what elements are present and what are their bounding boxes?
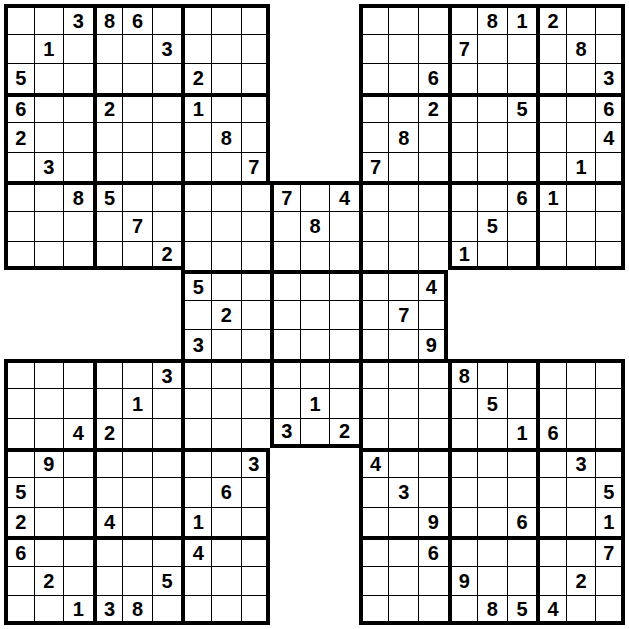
empty-cell-r13c18[interactable] [536, 388, 566, 418]
empty-cell-r18c17[interactable] [507, 536, 537, 566]
empty-cell-r12c8[interactable] [241, 359, 271, 389]
empty-cell-r3c1[interactable] [34, 93, 64, 123]
empty-cell-r2c19[interactable] [566, 63, 596, 93]
empty-cell-r9c13[interactable] [388, 270, 418, 300]
empty-cell-r3c5[interactable] [152, 93, 182, 123]
void-cell [507, 300, 537, 330]
empty-cell-r0c19[interactable] [566, 4, 596, 34]
empty-cell-r11c9[interactable] [270, 329, 300, 359]
empty-cell-r15c2[interactable] [63, 448, 93, 478]
empty-cell-r13c3[interactable] [93, 388, 123, 418]
empty-cell-r20c20[interactable] [595, 595, 625, 625]
empty-cell-r12c16[interactable] [477, 359, 507, 389]
empty-cell-r4c4[interactable] [122, 122, 152, 152]
empty-cell-r3c15[interactable] [448, 93, 478, 123]
empty-cell-r8c6[interactable] [181, 241, 211, 271]
empty-cell-r5c13[interactable] [388, 152, 418, 182]
empty-cell-r15c0[interactable] [4, 448, 34, 478]
empty-cell-r1c8[interactable] [241, 34, 271, 64]
empty-cell-r12c1[interactable] [34, 359, 64, 389]
empty-cell-r5c18[interactable] [536, 152, 566, 182]
empty-cell-r15c15[interactable] [448, 448, 478, 478]
empty-cell-r7c0[interactable] [4, 211, 34, 241]
empty-cell-r2c12[interactable] [359, 63, 389, 93]
empty-cell-r17c13[interactable] [388, 507, 418, 537]
empty-cell-r4c2[interactable] [63, 122, 93, 152]
empty-cell-r13c0[interactable] [4, 388, 34, 418]
void-cell [300, 4, 330, 34]
empty-cell-r8c3[interactable] [93, 241, 123, 271]
empty-cell-r2c17[interactable] [507, 63, 537, 93]
empty-cell-r12c11[interactable] [329, 359, 359, 389]
empty-cell-r1c4[interactable] [122, 34, 152, 64]
empty-cell-r15c5[interactable] [152, 448, 182, 478]
empty-cell-r6c6[interactable] [181, 181, 211, 211]
empty-cell-r7c14[interactable] [418, 211, 448, 241]
empty-cell-r16c14[interactable] [418, 477, 448, 507]
empty-cell-r15c18[interactable] [536, 448, 566, 478]
empty-cell-r5c5[interactable] [152, 152, 182, 182]
empty-cell-r10c11[interactable] [329, 300, 359, 330]
empty-cell-r2c7[interactable] [211, 63, 241, 93]
empty-cell-r16c2[interactable] [63, 477, 93, 507]
empty-cell-r17c16[interactable] [477, 507, 507, 537]
empty-cell-r5c7[interactable] [211, 152, 241, 182]
empty-cell-r15c3[interactable] [93, 448, 123, 478]
empty-cell-r11c12[interactable] [359, 329, 389, 359]
empty-cell-r0c20[interactable] [595, 4, 625, 34]
empty-cell-r1c18[interactable] [536, 34, 566, 64]
empty-cell-r6c1[interactable] [34, 181, 64, 211]
empty-cell-r7c17[interactable] [507, 211, 537, 241]
empty-cell-r12c17[interactable] [507, 359, 537, 389]
empty-cell-r7c2[interactable] [63, 211, 93, 241]
empty-cell-r6c12[interactable] [359, 181, 389, 211]
empty-cell-r20c15[interactable] [448, 595, 478, 625]
empty-cell-r12c3[interactable] [93, 359, 123, 389]
empty-cell-r7c9[interactable] [270, 211, 300, 241]
empty-cell-r14c14[interactable] [418, 418, 448, 448]
empty-cell-r9c10[interactable] [300, 270, 330, 300]
given-digit-r17c6: 1 [181, 507, 211, 537]
empty-cell-r15c20[interactable] [595, 448, 625, 478]
empty-cell-r8c14[interactable] [418, 241, 448, 271]
empty-cell-r17c18[interactable] [536, 507, 566, 537]
empty-cell-r7c19[interactable] [566, 211, 596, 241]
empty-cell-r20c12[interactable] [359, 595, 389, 625]
empty-cell-r6c19[interactable] [566, 181, 596, 211]
empty-cell-r8c4[interactable] [122, 241, 152, 271]
empty-cell-r16c12[interactable] [359, 477, 389, 507]
empty-cell-r15c7[interactable] [211, 448, 241, 478]
empty-cell-r4c14[interactable] [418, 122, 448, 152]
empty-cell-r13c20[interactable] [595, 388, 625, 418]
empty-cell-r4c17[interactable] [507, 122, 537, 152]
empty-cell-r18c5[interactable] [152, 536, 182, 566]
empty-cell-r17c4[interactable] [122, 507, 152, 537]
empty-cell-r14c4[interactable] [122, 418, 152, 448]
empty-cell-r2c1[interactable] [34, 63, 64, 93]
void-cell [122, 270, 152, 300]
empty-cell-r11c13[interactable] [388, 329, 418, 359]
empty-cell-r6c0[interactable] [4, 181, 34, 211]
empty-cell-r16c1[interactable] [34, 477, 64, 507]
empty-cell-r13c19[interactable] [566, 388, 596, 418]
empty-cell-r18c2[interactable] [63, 536, 93, 566]
empty-cell-r16c17[interactable] [507, 477, 537, 507]
void-cell [300, 536, 330, 566]
empty-cell-r1c6[interactable] [181, 34, 211, 64]
empty-cell-r14c1[interactable] [34, 418, 64, 448]
empty-cell-r5c2[interactable] [63, 152, 93, 182]
empty-cell-r7c6[interactable] [181, 211, 211, 241]
empty-cell-r18c1[interactable] [34, 536, 64, 566]
empty-cell-r15c17[interactable] [507, 448, 537, 478]
empty-cell-r17c19[interactable] [566, 507, 596, 537]
empty-cell-r14c20[interactable] [595, 418, 625, 448]
empty-cell-r5c20[interactable] [595, 152, 625, 182]
empty-cell-r7c3[interactable] [93, 211, 123, 241]
empty-cell-r19c17[interactable] [507, 566, 537, 596]
empty-cell-r19c6[interactable] [181, 566, 211, 596]
empty-cell-r6c13[interactable] [388, 181, 418, 211]
empty-cell-r1c14[interactable] [418, 34, 448, 64]
empty-cell-r2c15[interactable] [448, 63, 478, 93]
empty-cell-r14c15[interactable] [448, 418, 478, 448]
empty-cell-r13c8[interactable] [241, 388, 271, 418]
empty-cell-r12c10[interactable] [300, 359, 330, 389]
empty-cell-r14c5[interactable] [152, 418, 182, 448]
empty-cell-r3c19[interactable] [566, 93, 596, 123]
empty-cell-r0c0[interactable] [4, 4, 34, 34]
empty-cell-r3c4[interactable] [122, 93, 152, 123]
empty-cell-r6c7[interactable] [211, 181, 241, 211]
empty-cell-r18c15[interactable] [448, 536, 478, 566]
void-cell [4, 300, 34, 330]
empty-cell-r8c8[interactable] [241, 241, 271, 271]
empty-cell-r14c0[interactable] [4, 418, 34, 448]
empty-cell-r1c7[interactable] [211, 34, 241, 64]
empty-cell-r16c19[interactable] [566, 477, 596, 507]
empty-cell-r18c7[interactable] [211, 536, 241, 566]
empty-cell-r4c12[interactable] [359, 122, 389, 152]
empty-cell-r12c12[interactable] [359, 359, 389, 389]
empty-cell-r18c18[interactable] [536, 536, 566, 566]
empty-cell-r8c0[interactable] [4, 241, 34, 271]
empty-cell-r20c19[interactable] [566, 595, 596, 625]
empty-cell-r16c18[interactable] [536, 477, 566, 507]
void-cell [507, 270, 537, 300]
empty-cell-r20c6[interactable] [181, 595, 211, 625]
empty-cell-r12c20[interactable] [595, 359, 625, 389]
empty-cell-r20c0[interactable] [4, 595, 34, 625]
empty-cell-r10c10[interactable] [300, 300, 330, 330]
empty-cell-r19c18[interactable] [536, 566, 566, 596]
empty-cell-r20c14[interactable] [418, 595, 448, 625]
given-digit-r4c20: 4 [595, 122, 625, 152]
empty-cell-r0c14[interactable] [418, 4, 448, 34]
empty-cell-r6c15[interactable] [448, 181, 478, 211]
empty-cell-r4c6[interactable] [181, 122, 211, 152]
empty-cell-r8c18[interactable] [536, 241, 566, 271]
empty-cell-r13c15[interactable] [448, 388, 478, 418]
empty-cell-r9c12[interactable] [359, 270, 389, 300]
empty-cell-r16c5[interactable] [152, 477, 182, 507]
empty-cell-r8c20[interactable] [595, 241, 625, 271]
empty-cell-r2c13[interactable] [388, 63, 418, 93]
empty-cell-r13c7[interactable] [211, 388, 241, 418]
empty-cell-r18c12[interactable] [359, 536, 389, 566]
empty-cell-r0c12[interactable] [359, 4, 389, 34]
empty-cell-r18c13[interactable] [388, 536, 418, 566]
empty-cell-r8c16[interactable] [477, 241, 507, 271]
empty-cell-r19c16[interactable] [477, 566, 507, 596]
empty-cell-r7c12[interactable] [359, 211, 389, 241]
empty-cell-r12c9[interactable] [270, 359, 300, 389]
empty-cell-r4c1[interactable] [34, 122, 64, 152]
empty-cell-r14c19[interactable] [566, 418, 596, 448]
empty-cell-r19c14[interactable] [418, 566, 448, 596]
empty-cell-r13c11[interactable] [329, 388, 359, 418]
empty-cell-r15c13[interactable] [388, 448, 418, 478]
empty-cell-r12c7[interactable] [211, 359, 241, 389]
empty-cell-r12c18[interactable] [536, 359, 566, 389]
empty-cell-r19c8[interactable] [241, 566, 271, 596]
empty-cell-r3c7[interactable] [211, 93, 241, 123]
empty-cell-r13c17[interactable] [507, 388, 537, 418]
empty-cell-r8c13[interactable] [388, 241, 418, 271]
empty-cell-r3c2[interactable] [63, 93, 93, 123]
empty-cell-r10c14[interactable] [418, 300, 448, 330]
empty-cell-r2c2[interactable] [63, 63, 93, 93]
empty-cell-r4c5[interactable] [152, 122, 182, 152]
empty-cell-r15c14[interactable] [418, 448, 448, 478]
given-digit-r16c7: 6 [211, 477, 241, 507]
empty-cell-r13c2[interactable] [63, 388, 93, 418]
empty-cell-r4c8[interactable] [241, 122, 271, 152]
empty-cell-r15c6[interactable] [181, 448, 211, 478]
empty-cell-r13c6[interactable] [181, 388, 211, 418]
empty-cell-r14c6[interactable] [181, 418, 211, 448]
empty-cell-r0c8[interactable] [241, 4, 271, 34]
empty-cell-r17c1[interactable] [34, 507, 64, 537]
void-cell [448, 329, 478, 359]
empty-cell-r18c19[interactable] [566, 536, 596, 566]
empty-cell-r20c13[interactable] [388, 595, 418, 625]
empty-cell-r14c8[interactable] [241, 418, 271, 448]
empty-cell-r5c15[interactable] [448, 152, 478, 182]
empty-cell-r4c19[interactable] [566, 122, 596, 152]
empty-cell-r20c1[interactable] [34, 595, 64, 625]
empty-cell-r9c9[interactable] [270, 270, 300, 300]
empty-cell-r0c7[interactable] [211, 4, 241, 34]
empty-cell-r11c8[interactable] [241, 329, 271, 359]
empty-cell-r0c1[interactable] [34, 4, 64, 34]
empty-cell-r20c5[interactable] [152, 595, 182, 625]
empty-cell-r10c12[interactable] [359, 300, 389, 330]
empty-cell-r19c4[interactable] [122, 566, 152, 596]
empty-cell-r3c16[interactable] [477, 93, 507, 123]
empty-cell-r17c7[interactable] [211, 507, 241, 537]
empty-cell-r9c7[interactable] [211, 270, 241, 300]
empty-cell-r8c7[interactable] [211, 241, 241, 271]
empty-cell-r3c8[interactable] [241, 93, 271, 123]
empty-cell-r9c8[interactable] [241, 270, 271, 300]
empty-cell-r8c19[interactable] [566, 241, 596, 271]
empty-cell-r2c8[interactable] [241, 63, 271, 93]
empty-cell-r13c1[interactable] [34, 388, 64, 418]
empty-cell-r11c7[interactable] [211, 329, 241, 359]
empty-cell-r4c3[interactable] [93, 122, 123, 152]
empty-cell-r18c4[interactable] [122, 536, 152, 566]
empty-cell-r20c7[interactable] [211, 595, 241, 625]
empty-cell-r4c18[interactable] [536, 122, 566, 152]
given-digit-r20c2: 1 [63, 595, 93, 625]
empty-cell-r10c6[interactable] [181, 300, 211, 330]
empty-cell-r7c1[interactable] [34, 211, 64, 241]
empty-cell-r8c2[interactable] [63, 241, 93, 271]
empty-cell-r1c16[interactable] [477, 34, 507, 64]
empty-cell-r0c5[interactable] [152, 4, 182, 34]
empty-cell-r2c18[interactable] [536, 63, 566, 93]
void-cell [4, 270, 34, 300]
empty-cell-r8c11[interactable] [329, 241, 359, 271]
empty-cell-r12c13[interactable] [388, 359, 418, 389]
empty-cell-r1c13[interactable] [388, 34, 418, 64]
empty-cell-r19c3[interactable] [93, 566, 123, 596]
empty-cell-r16c8[interactable] [241, 477, 271, 507]
empty-cell-r13c12[interactable] [359, 388, 389, 418]
empty-cell-r3c13[interactable] [388, 93, 418, 123]
void-cell [270, 566, 300, 596]
empty-cell-r12c6[interactable] [181, 359, 211, 389]
empty-cell-r13c13[interactable] [388, 388, 418, 418]
empty-cell-r15c16[interactable] [477, 448, 507, 478]
empty-cell-r0c13[interactable] [388, 4, 418, 34]
empty-cell-r19c2[interactable] [63, 566, 93, 596]
empty-cell-r7c8[interactable] [241, 211, 271, 241]
empty-cell-r5c4[interactable] [122, 152, 152, 182]
empty-cell-r6c8[interactable] [241, 181, 271, 211]
empty-cell-r17c15[interactable] [448, 507, 478, 537]
empty-cell-r16c3[interactable] [93, 477, 123, 507]
empty-cell-r1c0[interactable] [4, 34, 34, 64]
empty-cell-r10c9[interactable] [270, 300, 300, 330]
empty-cell-r11c10[interactable] [300, 329, 330, 359]
empty-cell-r2c4[interactable] [122, 63, 152, 93]
empty-cell-r6c5[interactable] [152, 181, 182, 211]
empty-cell-r12c0[interactable] [4, 359, 34, 389]
empty-cell-r4c15[interactable] [448, 122, 478, 152]
empty-cell-r3c18[interactable] [536, 93, 566, 123]
empty-cell-r3c12[interactable] [359, 93, 389, 123]
empty-cell-r5c17[interactable] [507, 152, 537, 182]
empty-cell-r17c2[interactable] [63, 507, 93, 537]
empty-cell-r5c6[interactable] [181, 152, 211, 182]
empty-cell-r9c11[interactable] [329, 270, 359, 300]
void-cell [34, 300, 64, 330]
empty-cell-r2c3[interactable] [93, 63, 123, 93]
empty-cell-r10c8[interactable] [241, 300, 271, 330]
empty-cell-r19c13[interactable] [388, 566, 418, 596]
empty-cell-r6c16[interactable] [477, 181, 507, 211]
empty-cell-r6c14[interactable] [418, 181, 448, 211]
empty-cell-r14c13[interactable] [388, 418, 418, 448]
empty-cell-r11c11[interactable] [329, 329, 359, 359]
empty-cell-r17c8[interactable] [241, 507, 271, 537]
empty-cell-r13c5[interactable] [152, 388, 182, 418]
empty-cell-r4c16[interactable] [477, 122, 507, 152]
empty-cell-r1c17[interactable] [507, 34, 537, 64]
empty-cell-r8c10[interactable] [300, 241, 330, 271]
empty-cell-r15c4[interactable] [122, 448, 152, 478]
empty-cell-r18c3[interactable] [93, 536, 123, 566]
empty-cell-r19c0[interactable] [4, 566, 34, 596]
empty-cell-r7c11[interactable] [329, 211, 359, 241]
empty-cell-r5c16[interactable] [477, 152, 507, 182]
empty-cell-r17c12[interactable] [359, 507, 389, 537]
empty-cell-r5c14[interactable] [418, 152, 448, 182]
empty-cell-r7c15[interactable] [448, 211, 478, 241]
empty-cell-r17c5[interactable] [152, 507, 182, 537]
empty-cell-r7c13[interactable] [388, 211, 418, 241]
empty-cell-r8c1[interactable] [34, 241, 64, 271]
empty-cell-r7c20[interactable] [595, 211, 625, 241]
empty-cell-r7c7[interactable] [211, 211, 241, 241]
empty-cell-r1c12[interactable] [359, 34, 389, 64]
empty-cell-r5c0[interactable] [4, 152, 34, 182]
empty-cell-r8c12[interactable] [359, 241, 389, 271]
empty-cell-r13c9[interactable] [270, 388, 300, 418]
empty-cell-r16c4[interactable] [122, 477, 152, 507]
given-digit-r0c17: 1 [507, 4, 537, 34]
empty-cell-r8c17[interactable] [507, 241, 537, 271]
empty-cell-r18c16[interactable] [477, 536, 507, 566]
empty-cell-r1c3[interactable] [93, 34, 123, 64]
empty-cell-r19c20[interactable] [595, 566, 625, 596]
empty-cell-r14c7[interactable] [211, 418, 241, 448]
empty-cell-r1c20[interactable] [595, 34, 625, 64]
empty-cell-r19c7[interactable] [211, 566, 241, 596]
empty-cell-r6c10[interactable] [300, 181, 330, 211]
empty-cell-r2c5[interactable] [152, 63, 182, 93]
empty-cell-r16c6[interactable] [181, 477, 211, 507]
empty-cell-r20c8[interactable] [241, 595, 271, 625]
empty-cell-r7c18[interactable] [536, 211, 566, 241]
empty-cell-r14c12[interactable] [359, 418, 389, 448]
empty-cell-r16c16[interactable] [477, 477, 507, 507]
empty-cell-r19c12[interactable] [359, 566, 389, 596]
empty-cell-r2c16[interactable] [477, 63, 507, 93]
empty-cell-r0c15[interactable] [448, 4, 478, 34]
empty-cell-r12c14[interactable] [418, 359, 448, 389]
empty-cell-r0c6[interactable] [181, 4, 211, 34]
empty-cell-r8c9[interactable] [270, 241, 300, 271]
empty-cell-r12c4[interactable] [122, 359, 152, 389]
empty-cell-r5c3[interactable] [93, 152, 123, 182]
empty-cell-r1c2[interactable] [63, 34, 93, 64]
empty-cell-r6c20[interactable] [595, 181, 625, 211]
empty-cell-r12c19[interactable] [566, 359, 596, 389]
empty-cell-r13c14[interactable] [418, 388, 448, 418]
empty-cell-r16c15[interactable] [448, 477, 478, 507]
empty-cell-r6c4[interactable] [122, 181, 152, 211]
empty-cell-r12c2[interactable] [63, 359, 93, 389]
empty-cell-r14c10[interactable] [300, 418, 330, 448]
empty-cell-r14c16[interactable] [477, 418, 507, 448]
empty-cell-r18c8[interactable] [241, 536, 271, 566]
empty-cell-r7c5[interactable] [152, 211, 182, 241]
